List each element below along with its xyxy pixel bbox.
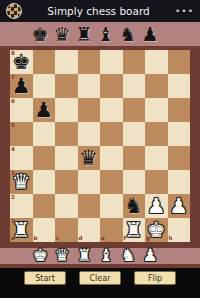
square-f7[interactable] <box>123 74 146 98</box>
square-a7[interactable]: 7♟ <box>10 74 33 98</box>
white-pawn[interactable]: ♟ <box>145 194 168 218</box>
square-c5[interactable] <box>55 122 78 146</box>
black-king[interactable]: ♚ <box>29 22 51 46</box>
square-h5[interactable] <box>168 122 191 146</box>
square-h8[interactable] <box>168 50 191 74</box>
black-bishop[interactable]: ♝ <box>95 22 117 46</box>
square-h2[interactable]: ♟ <box>168 194 191 218</box>
square-b6[interactable]: ♟ <box>33 98 56 122</box>
square-f4[interactable] <box>123 146 146 170</box>
black-piece-tray: ♚♛♜♝♞♟ <box>0 22 200 46</box>
square-b3[interactable] <box>33 170 56 194</box>
app-bar: Simply chess board ••• <box>0 0 200 22</box>
square-b1[interactable]: b <box>33 218 56 242</box>
black-queen[interactable]: ♛ <box>51 22 73 46</box>
white-knight[interactable]: ♞ <box>117 248 139 264</box>
square-g8[interactable] <box>145 50 168 74</box>
chessboard-app-icon <box>6 3 22 19</box>
square-h7[interactable] <box>168 74 191 98</box>
square-e3[interactable] <box>100 170 123 194</box>
square-d6[interactable] <box>78 98 101 122</box>
square-h1[interactable]: h <box>168 218 191 242</box>
white-king[interactable]: ♚ <box>145 218 168 242</box>
square-d8[interactable] <box>78 50 101 74</box>
square-a8[interactable]: 8♚ <box>10 50 33 74</box>
square-c7[interactable] <box>55 74 78 98</box>
square-f5[interactable] <box>123 122 146 146</box>
square-h6[interactable] <box>168 98 191 122</box>
square-b5[interactable] <box>33 122 56 146</box>
black-rook[interactable]: ♜ <box>73 22 95 46</box>
file-label-h: h <box>169 236 173 242</box>
start-button[interactable]: Start <box>24 271 66 285</box>
file-label-e: e <box>101 236 105 242</box>
square-d5[interactable] <box>78 122 101 146</box>
square-f2[interactable]: ♞ <box>123 194 146 218</box>
square-a4[interactable]: 4 <box>10 146 33 170</box>
square-c1[interactable]: c <box>55 218 78 242</box>
chess-board: 8♚7♟6♟54♛3♛2♞♟♟1a♜bcdef♜g♚h <box>10 50 190 242</box>
black-king[interactable]: ♚ <box>10 50 33 74</box>
black-knight[interactable]: ♞ <box>123 194 146 218</box>
white-queen[interactable]: ♛ <box>51 248 73 264</box>
white-piece-tray: ♚♛♜♝♞♟ <box>0 248 200 268</box>
rank-label-5: 5 <box>11 123 15 129</box>
square-a1[interactable]: 1a♜ <box>10 218 33 242</box>
square-h4[interactable] <box>168 146 191 170</box>
white-king[interactable]: ♚ <box>29 248 51 264</box>
app-title: Simply chess board <box>22 0 175 22</box>
square-f3[interactable] <box>123 170 146 194</box>
app-screen: Simply chess board ••• ♚♛♜♝♞♟ 8♚7♟6♟54♛3… <box>0 0 200 298</box>
file-label-c: c <box>56 236 59 242</box>
clear-button[interactable]: Clear <box>79 271 121 285</box>
square-a5[interactable]: 5 <box>10 122 33 146</box>
square-c2[interactable] <box>55 194 78 218</box>
square-b7[interactable] <box>33 74 56 98</box>
square-d3[interactable] <box>78 170 101 194</box>
black-pawn[interactable]: ♟ <box>10 74 33 98</box>
square-d2[interactable] <box>78 194 101 218</box>
square-g1[interactable]: g♚ <box>145 218 168 242</box>
square-d1[interactable]: d <box>78 218 101 242</box>
square-g2[interactable]: ♟ <box>145 194 168 218</box>
white-rook[interactable]: ♜ <box>123 218 146 242</box>
square-h3[interactable] <box>168 170 191 194</box>
square-b4[interactable] <box>33 146 56 170</box>
bottom-bar: Start Clear Flip <box>0 268 200 298</box>
white-rook[interactable]: ♜ <box>73 248 95 264</box>
square-g5[interactable] <box>145 122 168 146</box>
square-d4[interactable]: ♛ <box>78 146 101 170</box>
square-c4[interactable] <box>55 146 78 170</box>
square-a2[interactable]: 2 <box>10 194 33 218</box>
file-label-b: b <box>34 236 38 242</box>
square-c6[interactable] <box>55 98 78 122</box>
square-e8[interactable] <box>100 50 123 74</box>
rank-label-6: 6 <box>11 99 15 105</box>
white-pawn[interactable]: ♟ <box>168 194 191 218</box>
square-g6[interactable] <box>145 98 168 122</box>
square-c8[interactable] <box>55 50 78 74</box>
square-a3[interactable]: 3♛ <box>10 170 33 194</box>
square-g7[interactable] <box>145 74 168 98</box>
white-bishop[interactable]: ♝ <box>95 248 117 264</box>
square-g4[interactable] <box>145 146 168 170</box>
square-f8[interactable] <box>123 50 146 74</box>
square-g3[interactable] <box>145 170 168 194</box>
file-label-d: d <box>79 236 83 242</box>
square-f1[interactable]: f♜ <box>123 218 146 242</box>
rank-label-2: 2 <box>11 195 15 201</box>
black-queen[interactable]: ♛ <box>78 146 101 170</box>
square-e4[interactable] <box>100 146 123 170</box>
white-queen[interactable]: ♛ <box>10 170 33 194</box>
square-a6[interactable]: 6 <box>10 98 33 122</box>
black-pawn[interactable]: ♟ <box>33 98 56 122</box>
square-f6[interactable] <box>123 98 146 122</box>
square-e1[interactable]: e <box>100 218 123 242</box>
square-c3[interactable] <box>55 170 78 194</box>
overflow-menu-icon[interactable]: ••• <box>175 0 194 22</box>
square-d7[interactable] <box>78 74 101 98</box>
square-e6[interactable] <box>100 98 123 122</box>
square-e7[interactable] <box>100 74 123 98</box>
square-b2[interactable] <box>33 194 56 218</box>
board-frame: 8♚7♟6♟54♛3♛2♞♟♟1a♜bcdef♜g♚h <box>0 46 200 248</box>
square-e2[interactable] <box>100 194 123 218</box>
flip-button[interactable]: Flip <box>134 271 176 285</box>
black-pawn[interactable]: ♟ <box>139 22 161 46</box>
square-e5[interactable] <box>100 122 123 146</box>
white-rook[interactable]: ♜ <box>10 218 33 242</box>
black-knight[interactable]: ♞ <box>117 22 139 46</box>
square-b8[interactable] <box>33 50 56 74</box>
rank-label-4: 4 <box>11 147 15 153</box>
white-pawn[interactable]: ♟ <box>139 248 161 264</box>
